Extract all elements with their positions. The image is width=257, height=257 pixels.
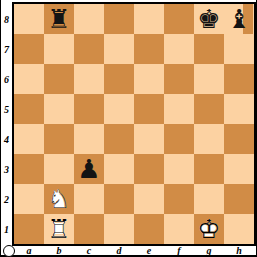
square-h5[interactable] [224,94,254,124]
square-a2[interactable] [14,184,44,214]
white-king-piece[interactable]: ♚♔ [194,214,224,244]
square-a8[interactable] [14,4,44,34]
rank-labels: 87654321 [1,4,12,244]
square-g7[interactable] [194,34,224,64]
square-f2[interactable] [164,184,194,214]
rank-label-5: 5 [1,94,12,124]
rank-label-7: 7 [1,34,12,64]
square-a7[interactable] [14,34,44,64]
square-b7[interactable] [44,34,74,64]
square-c6[interactable] [74,64,104,94]
square-b6[interactable] [44,64,74,94]
square-c1[interactable] [74,214,104,244]
square-a6[interactable] [14,64,44,94]
square-e8[interactable] [134,4,164,34]
square-f4[interactable] [164,124,194,154]
square-d1[interactable] [104,214,134,244]
rank-label-4: 4 [1,124,12,154]
square-b8[interactable]: ♜ [44,4,74,34]
square-g6[interactable] [194,64,224,94]
square-f6[interactable] [164,64,194,94]
square-h7[interactable] [224,34,254,64]
square-h2[interactable] [224,184,254,214]
file-label-a: a [14,245,44,256]
square-g4[interactable] [194,124,224,154]
square-g2[interactable] [194,184,224,214]
rank-label-3: 3 [1,154,12,184]
square-g5[interactable] [194,94,224,124]
square-e7[interactable] [134,34,164,64]
rank-label-6: 6 [1,64,12,94]
white-rook-piece[interactable]: ♜♖ [44,214,74,244]
square-e6[interactable] [134,64,164,94]
square-f8[interactable] [164,4,194,34]
square-d2[interactable] [104,184,134,214]
square-b1[interactable]: ♜♖ [44,214,74,244]
square-c5[interactable] [74,94,104,124]
rank-label-8: 8 [1,4,12,34]
square-a3[interactable] [14,154,44,184]
knight-outline-glyph: ♘ [44,184,74,214]
square-a1[interactable] [14,214,44,244]
square-c4[interactable] [74,124,104,154]
square-h3[interactable] [224,154,254,184]
square-f7[interactable] [164,34,194,64]
square-c3[interactable]: ♟ [74,154,104,184]
square-b2[interactable]: ♞♘ [44,184,74,214]
square-e1[interactable] [134,214,164,244]
square-c8[interactable] [74,4,104,34]
square-g8[interactable]: ♚ [194,4,224,34]
square-g3[interactable] [194,154,224,184]
square-d3[interactable] [104,154,134,184]
square-b5[interactable] [44,94,74,124]
rank-label-2: 2 [1,184,12,214]
king-outline-glyph: ♔ [194,214,224,244]
white-knight-piece[interactable]: ♞♘ [44,184,74,214]
square-d4[interactable] [104,124,134,154]
square-e5[interactable] [134,94,164,124]
black-king-piece[interactable]: ♚ [197,4,220,34]
file-label-c: c [74,245,104,256]
square-d8[interactable] [104,4,134,34]
square-g1[interactable]: ♚♔ [194,214,224,244]
file-label-d: d [104,245,134,256]
square-c2[interactable] [74,184,104,214]
square-h4[interactable] [224,124,254,154]
square-f1[interactable] [164,214,194,244]
black-pawn-piece[interactable]: ♟ [77,154,100,184]
square-h1[interactable] [224,214,254,244]
file-label-e: e [134,245,164,256]
square-b3[interactable] [44,154,74,184]
square-d7[interactable] [104,34,134,64]
square-d5[interactable] [104,94,134,124]
square-h8[interactable]: ♝ [224,4,254,34]
file-labels: abcdefgh [14,245,254,256]
file-label-f: f [164,245,194,256]
square-e4[interactable] [134,124,164,154]
white-to-move-indicator [3,245,15,257]
square-e3[interactable] [134,154,164,184]
black-rook-piece[interactable]: ♜ [47,4,70,34]
square-a5[interactable] [14,94,44,124]
file-label-g: g [194,245,224,256]
file-label-b: b [44,245,74,256]
square-c7[interactable] [74,34,104,64]
square-b4[interactable] [44,124,74,154]
chess-board: ♜♚♝♟♞♘♜♖♚♔ [12,2,256,246]
square-h6[interactable] [224,64,254,94]
file-label-h: h [224,245,254,256]
square-e2[interactable] [134,184,164,214]
black-bishop-piece[interactable]: ♝ [227,4,250,34]
rank-label-1: 1 [1,214,12,244]
square-d6[interactable] [104,64,134,94]
square-f3[interactable] [164,154,194,184]
square-f5[interactable] [164,94,194,124]
square-a4[interactable] [14,124,44,154]
rook-outline-glyph: ♖ [44,214,74,244]
